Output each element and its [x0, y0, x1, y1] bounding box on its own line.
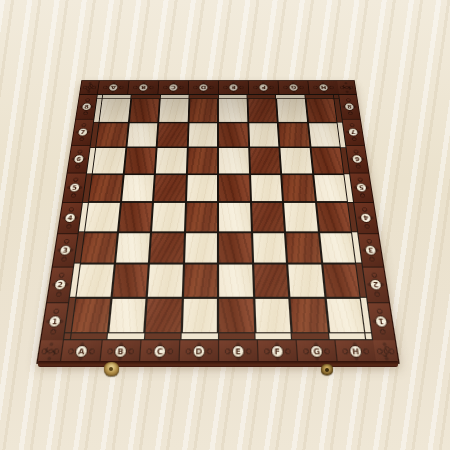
file-label-top-d: D	[188, 81, 218, 94]
rim-segment	[219, 333, 255, 339]
file-label-bottom-f: F	[257, 340, 297, 362]
file-label-bottom-g-badge: G	[310, 345, 324, 358]
rim-segment	[161, 95, 189, 99]
file-label-top-d-badge: D	[198, 84, 208, 92]
chess-board: §§§§AA88BB77CC66DD55EE44FF33GG22HH11	[38, 81, 399, 363]
square-b4[interactable]	[119, 203, 152, 231]
square-b6[interactable]	[124, 148, 155, 173]
rim-corner-bottom-left	[64, 333, 70, 339]
square-b8[interactable]	[129, 99, 158, 121]
rim-segment	[329, 333, 365, 339]
square-e1[interactable]	[219, 298, 254, 332]
square-c1[interactable]	[146, 298, 182, 332]
file-label-bottom-a: A	[60, 340, 102, 362]
square-h6[interactable]	[311, 148, 343, 173]
rank-label-left-8: 8	[76, 94, 97, 119]
rank-label-right-2: 2	[363, 267, 389, 303]
file-label-bottom-b-badge: B	[114, 345, 128, 358]
file-label-bottom-f-badge: F	[271, 345, 284, 358]
file-label-top-a: A	[97, 81, 129, 94]
square-d6[interactable]	[187, 148, 217, 173]
rank-label-right-4-badge: 4	[360, 213, 373, 223]
square-c4[interactable]	[152, 203, 184, 231]
square-g7[interactable]	[279, 123, 309, 147]
rim-segment	[71, 333, 107, 339]
file-label-top-g-badge: G	[288, 84, 298, 92]
rim-corner-bottom-right	[365, 333, 371, 339]
rim-segment	[292, 333, 328, 339]
file-label-top-e: E	[218, 81, 248, 94]
rank-label-right-1-badge: 1	[374, 315, 388, 327]
file-label-top-c-badge: C	[168, 84, 178, 92]
square-h8[interactable]	[306, 99, 336, 121]
square-c6[interactable]	[156, 148, 186, 173]
squares-grid	[72, 99, 364, 332]
square-c3[interactable]	[150, 233, 183, 263]
square-d1[interactable]	[182, 298, 217, 332]
square-g3[interactable]	[286, 233, 320, 263]
square-f5[interactable]	[251, 175, 282, 201]
square-g1[interactable]	[290, 298, 327, 332]
file-label-bottom-c: C	[139, 340, 179, 362]
rank-label-right-1: 1	[368, 302, 395, 340]
square-f4[interactable]	[252, 203, 284, 231]
rank-label-right-8: 8	[339, 94, 360, 119]
file-label-bottom-c-badge: C	[153, 345, 166, 358]
square-d3[interactable]	[185, 233, 217, 263]
rim-segment	[182, 333, 218, 339]
square-c7[interactable]	[158, 123, 188, 147]
rank-label-left-7: 7	[72, 119, 94, 145]
square-a7[interactable]	[96, 123, 127, 147]
rim-segment	[145, 333, 181, 339]
square-h3[interactable]	[320, 233, 355, 263]
square-e4[interactable]	[219, 203, 250, 231]
rank-label-left-5: 5	[63, 173, 86, 202]
rim-segment	[108, 333, 144, 339]
square-f6[interactable]	[250, 148, 280, 173]
square-f7[interactable]	[249, 123, 279, 147]
square-h7[interactable]	[309, 123, 340, 147]
rim-corner-top-right	[334, 95, 339, 99]
file-label-bottom-e: E	[218, 340, 258, 362]
square-a1[interactable]	[72, 298, 110, 332]
border-corner-top-right: §	[337, 81, 356, 94]
rim-segment	[132, 95, 160, 99]
square-f1[interactable]	[255, 298, 291, 332]
rim-segment	[255, 333, 291, 339]
file-label-top-e-badge: E	[229, 84, 239, 92]
square-g5[interactable]	[282, 175, 314, 201]
file-label-bottom-b: B	[99, 340, 140, 362]
rank-label-left-3-badge: 3	[59, 245, 72, 256]
square-d4[interactable]	[186, 203, 217, 231]
rim-segment	[247, 95, 275, 99]
square-e7[interactable]	[219, 123, 248, 147]
square-a2[interactable]	[77, 265, 114, 297]
square-f8[interactable]	[248, 99, 277, 121]
square-c2[interactable]	[148, 265, 183, 297]
square-a3[interactable]	[81, 233, 116, 263]
rank-label-right-7: 7	[342, 119, 364, 145]
file-label-bottom-e-badge: E	[232, 345, 245, 358]
square-g2[interactable]	[288, 265, 324, 297]
file-label-top-f-badge: F	[258, 84, 268, 92]
rank-label-right-7-badge: 7	[347, 128, 358, 136]
rank-label-left-6: 6	[68, 145, 90, 173]
file-label-bottom-h-badge: H	[349, 345, 363, 358]
file-label-bottom-a-badge: A	[74, 345, 88, 358]
rank-label-right-8-badge: 8	[344, 103, 355, 111]
rank-label-right-5-badge: 5	[355, 183, 367, 193]
brass-hinge-left-icon	[104, 362, 119, 376]
square-d7[interactable]	[188, 123, 217, 147]
square-g6[interactable]	[280, 148, 311, 173]
rank-label-right-2-badge: 2	[369, 279, 383, 291]
file-label-top-f: F	[248, 81, 279, 94]
rim-segment	[189, 95, 217, 99]
rim-corner-top-left	[97, 95, 102, 99]
rim-strip-bottom	[71, 333, 365, 339]
square-f3[interactable]	[253, 233, 286, 263]
square-e2[interactable]	[219, 265, 252, 297]
rim-segment	[103, 95, 131, 99]
rank-label-right-5: 5	[350, 173, 373, 202]
square-e5[interactable]	[219, 175, 249, 201]
table-background: §§§§AA88BB77CC66DD55EE44FF33GG22HH11	[0, 0, 450, 450]
file-label-top-b-badge: B	[138, 84, 148, 92]
square-a8[interactable]	[100, 99, 130, 121]
square-b1[interactable]	[109, 298, 146, 332]
square-e6[interactable]	[219, 148, 249, 173]
square-b5[interactable]	[122, 175, 154, 201]
file-label-top-h: H	[307, 81, 339, 94]
square-a6[interactable]	[93, 148, 125, 173]
rank-label-left-8-badge: 8	[81, 103, 92, 111]
square-c8[interactable]	[159, 99, 188, 121]
file-label-top-a-badge: A	[108, 84, 119, 92]
file-label-bottom-d-badge: D	[193, 345, 206, 358]
rank-label-right-4: 4	[354, 202, 378, 233]
square-h2[interactable]	[323, 265, 360, 297]
file-label-top-b: B	[127, 81, 158, 94]
file-label-top-h-badge: H	[318, 84, 329, 92]
rim-strip-top	[103, 95, 334, 99]
file-label-top-c: C	[157, 81, 188, 94]
square-a4[interactable]	[85, 203, 119, 231]
rank-label-right-3-badge: 3	[364, 245, 377, 256]
border-corner-bottom-right: §	[373, 340, 398, 362]
square-e8[interactable]	[219, 99, 247, 121]
rim-segment	[276, 95, 304, 99]
border-corner-top-left: §	[80, 81, 99, 94]
rank-label-left-6-badge: 6	[73, 155, 85, 164]
square-h5[interactable]	[314, 175, 347, 201]
rank-label-left-1-badge: 1	[48, 315, 62, 327]
square-e3[interactable]	[219, 233, 251, 263]
rank-label-right-6-badge: 6	[351, 155, 363, 164]
rank-label-left-2-badge: 2	[53, 279, 67, 291]
file-label-bottom-h: H	[334, 340, 376, 362]
square-b2[interactable]	[112, 265, 148, 297]
square-h1[interactable]	[326, 298, 364, 332]
square-a5[interactable]	[89, 175, 122, 201]
square-g4[interactable]	[284, 203, 317, 231]
rim-segment	[218, 95, 246, 99]
rank-label-left-5-badge: 5	[68, 183, 80, 193]
rank-label-right-3: 3	[358, 233, 383, 266]
carved-border-frame: §§§§AA88BB77CC66DD55EE44FF33GG22HH11	[38, 81, 399, 363]
brass-hinge-right-icon	[321, 364, 333, 375]
file-label-bottom-g: G	[296, 340, 337, 362]
square-g8[interactable]	[277, 99, 306, 121]
file-label-bottom-d: D	[178, 340, 218, 362]
square-h4[interactable]	[317, 203, 351, 231]
playing-field	[63, 94, 373, 340]
border-corner-bottom-left: §	[38, 340, 63, 362]
square-d5[interactable]	[187, 175, 217, 201]
square-d2[interactable]	[183, 265, 216, 297]
file-label-top-g: G	[278, 81, 309, 94]
rank-label-left-7-badge: 7	[77, 128, 88, 136]
square-b7[interactable]	[127, 123, 157, 147]
rank-label-left-4-badge: 4	[64, 213, 77, 223]
square-f2[interactable]	[254, 265, 289, 297]
square-b3[interactable]	[116, 233, 150, 263]
square-d8[interactable]	[189, 99, 217, 121]
box-front-edge	[38, 361, 398, 367]
rim-segment	[305, 95, 333, 99]
square-c5[interactable]	[154, 175, 185, 201]
rank-label-right-6: 6	[346, 145, 368, 173]
